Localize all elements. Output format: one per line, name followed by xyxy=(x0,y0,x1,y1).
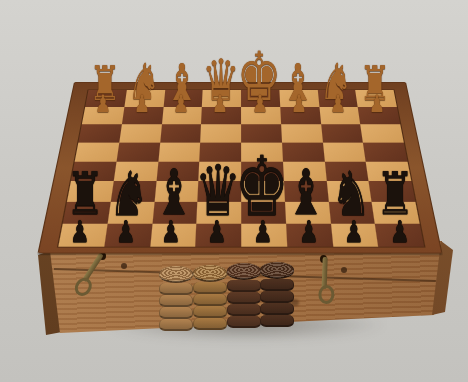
square[interactable] xyxy=(199,161,242,181)
draughts-disc xyxy=(193,318,227,330)
draughts-stack-light-1 xyxy=(159,266,193,331)
square[interactable] xyxy=(161,107,202,124)
square[interactable] xyxy=(163,90,203,107)
square[interactable] xyxy=(82,107,124,124)
draughts-disc xyxy=(193,282,227,294)
square[interactable] xyxy=(369,181,416,202)
square[interactable] xyxy=(355,90,396,107)
square[interactable] xyxy=(58,224,107,247)
draughts-disc xyxy=(227,292,261,304)
right-key-icon xyxy=(318,257,331,299)
square[interactable] xyxy=(124,90,165,107)
draughts-disc-top xyxy=(193,265,227,282)
draughts-disc xyxy=(159,283,193,295)
draughts-disc xyxy=(193,306,227,318)
square[interactable] xyxy=(326,181,372,202)
square[interactable] xyxy=(358,107,400,124)
square[interactable] xyxy=(67,181,114,202)
draughts-disc xyxy=(260,315,294,327)
draughts-disc xyxy=(260,291,294,303)
draughts-disc xyxy=(260,303,294,315)
square[interactable] xyxy=(285,202,331,224)
square[interactable] xyxy=(363,142,407,161)
square[interactable] xyxy=(241,124,282,142)
square[interactable] xyxy=(160,124,202,142)
square[interactable] xyxy=(63,202,111,224)
box-front-hole xyxy=(341,267,347,273)
square[interactable] xyxy=(241,107,281,124)
draughts-disc xyxy=(159,307,193,319)
square[interactable] xyxy=(78,124,121,142)
square[interactable] xyxy=(110,181,156,202)
square[interactable] xyxy=(372,202,420,224)
square[interactable] xyxy=(241,224,287,247)
square[interactable] xyxy=(197,202,242,224)
square[interactable] xyxy=(366,161,411,181)
square[interactable] xyxy=(360,124,403,142)
square[interactable] xyxy=(279,90,319,107)
square[interactable] xyxy=(286,224,333,247)
draughts-disc xyxy=(193,294,227,306)
square[interactable] xyxy=(85,90,126,107)
square[interactable] xyxy=(116,142,159,161)
square[interactable] xyxy=(152,202,198,224)
chess-board-frame xyxy=(37,82,442,253)
square[interactable] xyxy=(241,181,285,202)
square[interactable] xyxy=(113,161,157,181)
square[interactable] xyxy=(198,181,242,202)
square[interactable] xyxy=(122,107,163,124)
square[interactable] xyxy=(200,124,241,142)
draughts-disc xyxy=(260,279,294,291)
draughts-stack-dark-3 xyxy=(227,263,261,328)
draughts-stack-dark-4 xyxy=(260,262,294,327)
draughts-disc xyxy=(159,319,193,331)
draughts-disc xyxy=(227,316,261,328)
square[interactable] xyxy=(330,224,378,247)
square[interactable] xyxy=(319,107,361,124)
square[interactable] xyxy=(280,107,321,124)
square[interactable] xyxy=(119,124,161,142)
square[interactable] xyxy=(241,142,283,161)
square[interactable] xyxy=(75,142,119,161)
box-front-hole xyxy=(121,263,127,269)
square[interactable] xyxy=(375,224,424,247)
square[interactable] xyxy=(104,224,152,247)
draughts-disc xyxy=(227,304,261,316)
square[interactable] xyxy=(241,90,280,107)
square[interactable] xyxy=(107,202,154,224)
square[interactable] xyxy=(322,142,365,161)
square[interactable] xyxy=(195,224,241,247)
square[interactable] xyxy=(317,90,358,107)
draughts-stack-light-2 xyxy=(193,265,227,330)
square[interactable] xyxy=(328,202,375,224)
draughts-disc-top xyxy=(227,263,261,280)
auction-photo-scene: ♜♞♝♛♚♝♞♜♟♟♟♟♟♟♟♟♜♞♝♛♚♝♞♜♟♟♟♟♟♟♟♟ xyxy=(0,0,468,382)
square[interactable] xyxy=(241,202,286,224)
square[interactable] xyxy=(241,161,284,181)
square[interactable] xyxy=(283,161,327,181)
square[interactable] xyxy=(284,181,329,202)
square[interactable] xyxy=(156,161,199,181)
square[interactable] xyxy=(321,124,363,142)
square[interactable] xyxy=(324,161,369,181)
square[interactable] xyxy=(201,107,241,124)
chess-board[interactable] xyxy=(57,90,426,248)
square[interactable] xyxy=(282,142,325,161)
draughts-disc xyxy=(159,295,193,307)
square[interactable] xyxy=(154,181,199,202)
square[interactable] xyxy=(150,224,197,247)
draughts-disc-top xyxy=(260,262,294,279)
square[interactable] xyxy=(281,124,323,142)
square[interactable] xyxy=(202,90,241,107)
square[interactable] xyxy=(200,142,242,161)
draughts-disc xyxy=(227,280,261,292)
square[interactable] xyxy=(71,161,116,181)
draughts-disc-top xyxy=(159,266,193,283)
square[interactable] xyxy=(158,142,200,161)
